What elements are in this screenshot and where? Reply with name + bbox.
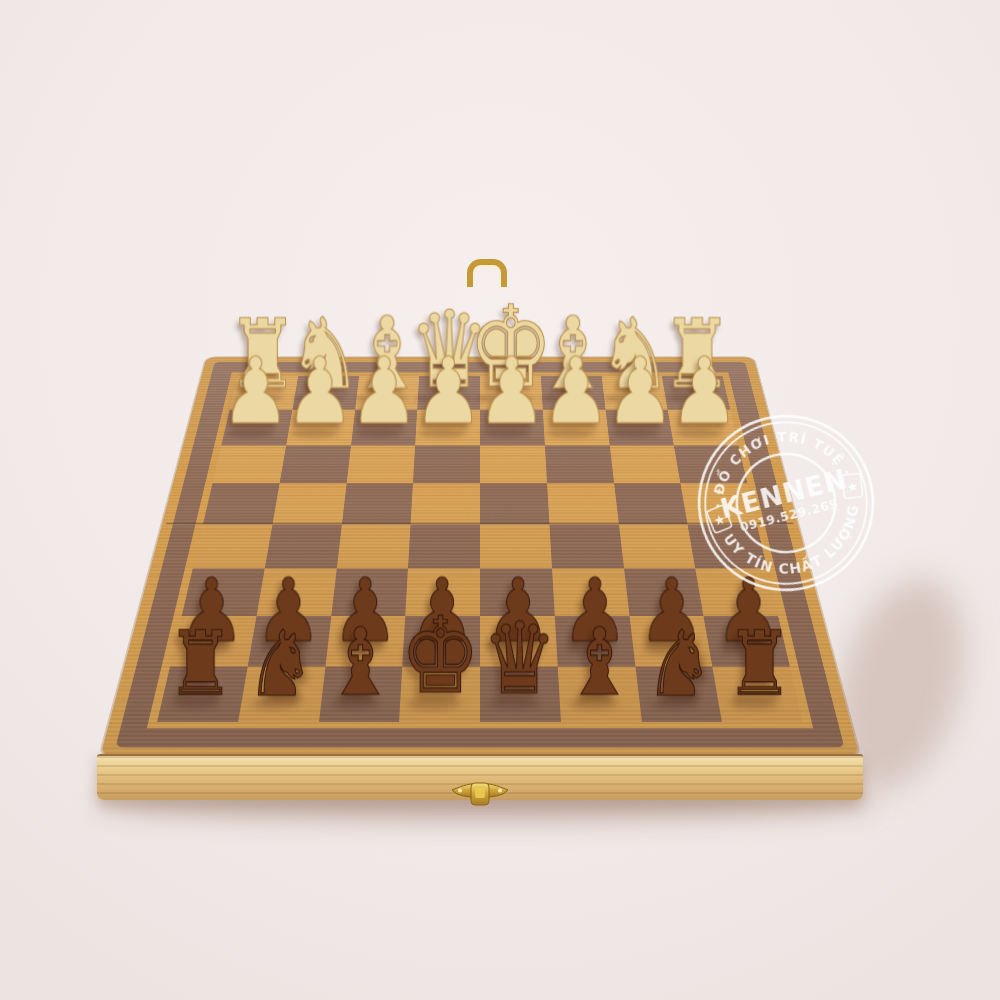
piece-glyph: ♝ — [325, 619, 396, 705]
square-f4[interactable] — [341, 483, 413, 524]
square-e4[interactable] — [411, 483, 480, 524]
svg-text:★: ★ — [845, 478, 860, 495]
square-c4[interactable] — [547, 483, 619, 524]
square-h3[interactable] — [212, 445, 286, 483]
piece-white-pawn-h2[interactable]: ♟ — [207, 342, 306, 434]
brass-clasp[interactable] — [444, 780, 516, 810]
piece-glyph: ♟ — [221, 350, 291, 434]
product-photo: ♜♞♝♛♚♝♞♜♟♟♟♟♟♟♟♟♟♟♟♟♟♟♟♟♜♞♝♚♛♝♞♜ · ĐỒ CH… — [0, 0, 1000, 1000]
piece-black-bishop-c8[interactable]: ♝ — [538, 612, 661, 705]
piece-black-bishop-f8[interactable]: ♝ — [299, 612, 422, 705]
square-d4[interactable] — [480, 483, 549, 524]
piece-glyph: ♝ — [564, 619, 635, 705]
square-d3[interactable] — [480, 445, 547, 483]
square-g3[interactable] — [279, 445, 350, 483]
box-front-edge — [97, 754, 863, 800]
square-b4[interactable] — [614, 483, 688, 524]
square-g4[interactable] — [272, 483, 346, 524]
square-h4[interactable] — [203, 483, 279, 524]
square-e3[interactable] — [413, 445, 480, 483]
clasp-screw-left — [458, 789, 462, 793]
square-f3[interactable] — [346, 445, 415, 483]
square-c3[interactable] — [545, 445, 614, 483]
square-b3[interactable] — [609, 445, 680, 483]
clasp-knob-face — [475, 786, 485, 798]
clasp-screw-right — [498, 789, 502, 793]
